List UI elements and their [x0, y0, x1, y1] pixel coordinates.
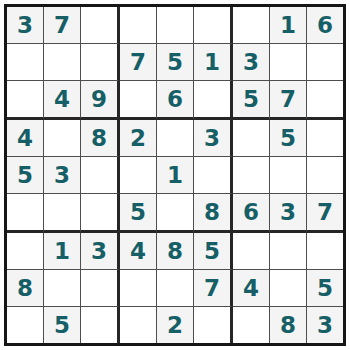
- cell-r2c7-given: 3: [233, 44, 270, 81]
- cell-r9c7-empty[interactable]: [233, 307, 270, 343]
- cell-r7c7-empty[interactable]: [233, 233, 270, 270]
- cell-r5c6-empty[interactable]: [194, 157, 233, 194]
- cell-r7c8-empty[interactable]: [270, 233, 307, 270]
- cell-r5c7-empty[interactable]: [233, 157, 270, 194]
- board-row-4: 48235: [7, 120, 343, 157]
- cell-r4c7-empty[interactable]: [233, 120, 270, 157]
- cell-r3c8-given: 7: [270, 81, 307, 120]
- cell-r1c1-given: 3: [7, 7, 44, 44]
- cell-r7c6-given: 5: [194, 233, 233, 270]
- board-row-1: 3716: [7, 7, 343, 44]
- cell-r7c3-given: 3: [81, 233, 120, 270]
- cell-r9c4-empty[interactable]: [120, 307, 157, 343]
- cell-r5c8-empty[interactable]: [270, 157, 307, 194]
- cell-r5c1-given: 5: [7, 157, 44, 194]
- cell-r8c4-empty[interactable]: [120, 270, 157, 307]
- cell-r3c5-given: 6: [157, 81, 194, 120]
- board-row-7: 13485: [7, 233, 343, 270]
- cell-r8c1-given: 8: [7, 270, 44, 307]
- cell-r8c3-empty[interactable]: [81, 270, 120, 307]
- cell-r6c7-given: 6: [233, 194, 270, 233]
- cell-r4c4-given: 2: [120, 120, 157, 157]
- cell-r2c5-given: 5: [157, 44, 194, 81]
- cell-r5c5-given: 1: [157, 157, 194, 194]
- cell-r6c5-empty[interactable]: [157, 194, 194, 233]
- cell-r7c1-empty[interactable]: [7, 233, 44, 270]
- cell-r6c6-given: 8: [194, 194, 233, 233]
- cell-r6c9-given: 7: [307, 194, 343, 233]
- board-row-5: 531: [7, 157, 343, 194]
- sudoku-board: 371675134965748235531586371348587455283: [4, 4, 346, 346]
- cell-r3c1-empty[interactable]: [7, 81, 44, 120]
- cell-r8c5-empty[interactable]: [157, 270, 194, 307]
- cell-r2c6-given: 1: [194, 44, 233, 81]
- cell-r6c1-empty[interactable]: [7, 194, 44, 233]
- cell-r6c4-given: 5: [120, 194, 157, 233]
- cell-r3c2-given: 4: [44, 81, 81, 120]
- cell-r1c2-given: 7: [44, 7, 81, 44]
- cell-r2c2-empty[interactable]: [44, 44, 81, 81]
- cell-r2c1-empty[interactable]: [7, 44, 44, 81]
- cell-r7c4-given: 4: [120, 233, 157, 270]
- cell-r3c9-empty[interactable]: [307, 81, 343, 120]
- cell-r8c9-given: 5: [307, 270, 343, 307]
- cell-r4c5-empty[interactable]: [157, 120, 194, 157]
- cell-r2c3-empty[interactable]: [81, 44, 120, 81]
- cell-r3c4-empty[interactable]: [120, 81, 157, 120]
- cell-r6c3-empty[interactable]: [81, 194, 120, 233]
- sudoku-page: 371675134965748235531586371348587455283: [0, 0, 350, 350]
- cell-r7c9-empty[interactable]: [307, 233, 343, 270]
- board-row-8: 8745: [7, 270, 343, 307]
- cell-r9c1-empty[interactable]: [7, 307, 44, 343]
- cell-r9c9-given: 3: [307, 307, 343, 343]
- cell-r9c3-empty[interactable]: [81, 307, 120, 343]
- cell-r3c7-given: 5: [233, 81, 270, 120]
- cell-r1c9-given: 6: [307, 7, 343, 44]
- cell-r8c2-empty[interactable]: [44, 270, 81, 307]
- cell-r8c6-given: 7: [194, 270, 233, 307]
- cell-r1c4-empty[interactable]: [120, 7, 157, 44]
- cell-r1c7-empty[interactable]: [233, 7, 270, 44]
- cell-r4c2-empty[interactable]: [44, 120, 81, 157]
- cell-r9c5-given: 2: [157, 307, 194, 343]
- cell-r9c6-empty[interactable]: [194, 307, 233, 343]
- cell-r4c9-empty[interactable]: [307, 120, 343, 157]
- cell-r8c8-empty[interactable]: [270, 270, 307, 307]
- cell-r4c8-given: 5: [270, 120, 307, 157]
- cell-r5c4-empty[interactable]: [120, 157, 157, 194]
- cell-r5c3-empty[interactable]: [81, 157, 120, 194]
- board-row-2: 7513: [7, 44, 343, 81]
- cell-r4c1-given: 4: [7, 120, 44, 157]
- cell-r5c2-given: 3: [44, 157, 81, 194]
- cell-r2c4-given: 7: [120, 44, 157, 81]
- cell-r4c3-given: 8: [81, 120, 120, 157]
- cell-r3c6-empty[interactable]: [194, 81, 233, 120]
- cell-r2c8-empty[interactable]: [270, 44, 307, 81]
- cell-r1c6-empty[interactable]: [194, 7, 233, 44]
- cell-r1c5-empty[interactable]: [157, 7, 194, 44]
- cell-r7c5-given: 8: [157, 233, 194, 270]
- board-row-6: 58637: [7, 194, 343, 233]
- cell-r1c8-given: 1: [270, 7, 307, 44]
- cell-r6c2-empty[interactable]: [44, 194, 81, 233]
- cell-r4c6-given: 3: [194, 120, 233, 157]
- board-row-9: 5283: [7, 307, 343, 343]
- cell-r3c3-given: 9: [81, 81, 120, 120]
- cell-r2c9-empty[interactable]: [307, 44, 343, 81]
- board-row-3: 49657: [7, 81, 343, 120]
- cell-r5c9-empty[interactable]: [307, 157, 343, 194]
- cell-r1c3-empty[interactable]: [81, 7, 120, 44]
- cell-r9c2-given: 5: [44, 307, 81, 343]
- cell-r9c8-given: 8: [270, 307, 307, 343]
- cell-r7c2-given: 1: [44, 233, 81, 270]
- cell-r6c8-given: 3: [270, 194, 307, 233]
- cell-r8c7-given: 4: [233, 270, 270, 307]
